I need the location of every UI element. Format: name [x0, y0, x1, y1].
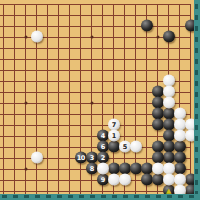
board-intersection[interactable] — [0, 10, 9, 21]
board-intersection[interactable] — [152, 10, 163, 21]
board-intersection[interactable] — [42, 65, 53, 76]
board-intersection[interactable] — [9, 131, 20, 142]
board-intersection[interactable] — [20, 109, 31, 120]
board-intersection[interactable] — [20, 65, 31, 76]
board-intersection[interactable] — [64, 0, 75, 10]
cropped-coordinate-mark — [195, 59, 198, 64]
cropped-coordinate-mark — [145, 195, 150, 198]
star-point — [90, 36, 93, 39]
move-number-label: 6 — [101, 143, 105, 150]
board-intersection[interactable] — [185, 0, 194, 10]
board-intersection[interactable] — [42, 142, 53, 153]
board-intersection[interactable] — [31, 76, 42, 87]
cropped-coordinate-mark — [189, 195, 194, 198]
stone-white[interactable] — [163, 97, 175, 109]
board-intersection[interactable] — [174, 32, 185, 43]
board-intersection[interactable] — [0, 43, 9, 54]
board-intersection[interactable] — [141, 54, 152, 65]
board-intersection[interactable] — [174, 10, 185, 21]
bottom-ui-strip — [0, 194, 200, 200]
board-intersection[interactable] — [53, 0, 64, 10]
board-intersection[interactable] — [20, 120, 31, 131]
board-intersection[interactable] — [31, 109, 42, 120]
board-intersection[interactable] — [152, 65, 163, 76]
board-intersection[interactable] — [9, 175, 20, 186]
board-intersection[interactable] — [42, 175, 53, 186]
stone-white[interactable] — [31, 31, 43, 43]
stone-white[interactable] — [119, 174, 131, 186]
board-intersection[interactable] — [53, 43, 64, 54]
board-intersection[interactable] — [64, 142, 75, 153]
move-number-label: 5 — [123, 143, 127, 150]
board-intersection[interactable] — [108, 43, 119, 54]
board-intersection[interactable] — [9, 76, 20, 87]
board-grid[interactable]: 46103289▲715 — [0, 0, 194, 194]
board-intersection[interactable] — [9, 186, 20, 195]
board-intersection[interactable] — [152, 0, 163, 10]
board-intersection[interactable] — [141, 65, 152, 76]
board-intersection[interactable] — [141, 87, 152, 98]
stone-white[interactable]: 1 — [108, 130, 120, 142]
board-intersection[interactable] — [20, 87, 31, 98]
board-intersection[interactable] — [97, 0, 108, 10]
board-intersection[interactable] — [20, 43, 31, 54]
board-intersection[interactable] — [75, 43, 86, 54]
board-intersection[interactable] — [0, 54, 9, 65]
board-intersection[interactable] — [108, 98, 119, 109]
board-intersection[interactable] — [53, 65, 64, 76]
board-intersection[interactable] — [119, 10, 130, 21]
board-intersection[interactable] — [86, 21, 97, 32]
cropped-coordinate-mark — [195, 4, 198, 9]
board-intersection[interactable] — [42, 120, 53, 131]
board-intersection[interactable] — [130, 54, 141, 65]
board-intersection[interactable] — [53, 98, 64, 109]
board-intersection[interactable] — [75, 10, 86, 21]
board-intersection[interactable] — [64, 98, 75, 109]
board-intersection[interactable] — [9, 54, 20, 65]
board-intersection[interactable] — [20, 186, 31, 195]
board-intersection[interactable] — [9, 21, 20, 32]
board-intersection[interactable] — [0, 76, 9, 87]
board-intersection[interactable] — [86, 109, 97, 120]
board-intersection[interactable] — [0, 153, 9, 164]
board-intersection[interactable] — [75, 0, 86, 10]
cropped-coordinate-mark — [13, 195, 18, 198]
cropped-coordinate-mark — [134, 195, 139, 198]
stone-white[interactable] — [31, 152, 43, 164]
board-intersection[interactable] — [141, 131, 152, 142]
board-intersection[interactable] — [0, 186, 9, 195]
board-intersection[interactable] — [9, 164, 20, 175]
board-intersection[interactable] — [42, 164, 53, 175]
board-intersection[interactable] — [119, 120, 130, 131]
board-intersection[interactable] — [53, 153, 64, 164]
stone-black[interactable] — [141, 20, 153, 32]
cropped-coordinate-mark — [178, 195, 183, 198]
board-intersection[interactable] — [86, 186, 97, 195]
board-intersection[interactable] — [9, 87, 20, 98]
board-intersection[interactable] — [75, 76, 86, 87]
stone-black[interactable] — [185, 20, 194, 32]
board-intersection[interactable] — [108, 21, 119, 32]
board-intersection[interactable] — [119, 65, 130, 76]
board-intersection[interactable] — [42, 10, 53, 21]
board-intersection[interactable] — [108, 76, 119, 87]
board-intersection[interactable] — [75, 175, 86, 186]
board-intersection[interactable] — [31, 131, 42, 142]
board-intersection[interactable] — [31, 43, 42, 54]
board-intersection[interactable] — [9, 153, 20, 164]
board-intersection[interactable] — [31, 87, 42, 98]
cropped-coordinate-mark — [112, 195, 117, 198]
board-intersection[interactable] — [119, 54, 130, 65]
board-intersection[interactable] — [64, 43, 75, 54]
cropped-coordinate-mark — [2, 195, 7, 198]
board-intersection[interactable] — [86, 10, 97, 21]
board-intersection[interactable] — [75, 21, 86, 32]
board-intersection[interactable] — [152, 43, 163, 54]
board-intersection[interactable] — [97, 87, 108, 98]
board-intersection[interactable] — [31, 175, 42, 186]
board-intersection[interactable] — [130, 186, 141, 195]
board-intersection[interactable] — [64, 76, 75, 87]
cropped-coordinate-mark — [195, 136, 198, 141]
board-intersection[interactable] — [141, 76, 152, 87]
board-intersection[interactable] — [42, 21, 53, 32]
board-intersection[interactable] — [31, 0, 42, 10]
board-intersection[interactable] — [185, 32, 194, 43]
board-intersection[interactable] — [53, 32, 64, 43]
board-intersection[interactable] — [141, 43, 152, 54]
board-intersection[interactable] — [20, 54, 31, 65]
board-intersection[interactable] — [130, 98, 141, 109]
cropped-coordinate-mark — [24, 195, 29, 198]
board-intersection[interactable] — [64, 131, 75, 142]
move-number-label: 3 — [90, 154, 94, 161]
board-intersection[interactable] — [141, 98, 152, 109]
board-intersection[interactable] — [141, 142, 152, 153]
board-intersection[interactable] — [119, 109, 130, 120]
stone-white[interactable] — [174, 185, 186, 194]
board-intersection[interactable] — [9, 98, 20, 109]
board-intersection[interactable] — [64, 164, 75, 175]
star-point — [24, 36, 27, 39]
board-intersection[interactable] — [97, 54, 108, 65]
board-intersection[interactable] — [130, 87, 141, 98]
cropped-coordinate-mark — [195, 26, 198, 31]
board-intersection[interactable] — [20, 21, 31, 32]
star-point — [156, 36, 159, 39]
move-number-label: 7 — [112, 121, 116, 127]
board-intersection[interactable] — [86, 131, 97, 142]
board-intersection[interactable] — [130, 120, 141, 131]
board-intersection[interactable] — [64, 175, 75, 186]
board-intersection[interactable] — [86, 54, 97, 65]
board-intersection[interactable] — [108, 10, 119, 21]
board-intersection[interactable] — [42, 131, 53, 142]
board-intersection[interactable] — [97, 76, 108, 87]
board-intersection[interactable] — [53, 54, 64, 65]
move-number-label: 8 — [90, 165, 94, 172]
board-intersection[interactable] — [75, 120, 86, 131]
stone-white[interactable] — [185, 130, 194, 142]
move-number-label: 9 — [101, 176, 105, 183]
board-intersection[interactable] — [75, 109, 86, 120]
board-intersection[interactable] — [53, 186, 64, 195]
board-intersection[interactable] — [174, 21, 185, 32]
cropped-coordinate-mark — [123, 195, 128, 198]
cropped-coordinate-mark — [79, 195, 84, 198]
board-intersection[interactable] — [185, 142, 194, 153]
board-intersection[interactable] — [86, 65, 97, 76]
board-intersection[interactable] — [64, 186, 75, 195]
board-intersection[interactable] — [53, 131, 64, 142]
board-intersection[interactable] — [163, 10, 174, 21]
board-intersection[interactable] — [53, 175, 64, 186]
board-intersection[interactable] — [42, 54, 53, 65]
board-intersection[interactable] — [119, 32, 130, 43]
board-intersection[interactable] — [86, 87, 97, 98]
board-intersection[interactable] — [174, 43, 185, 54]
board-intersection[interactable] — [141, 109, 152, 120]
board-intersection[interactable] — [64, 120, 75, 131]
board-intersection[interactable] — [141, 186, 152, 195]
board-intersection[interactable] — [185, 98, 194, 109]
board-intersection[interactable] — [185, 54, 194, 65]
board-intersection[interactable] — [53, 10, 64, 21]
board-intersection[interactable] — [20, 175, 31, 186]
board-intersection[interactable] — [75, 32, 86, 43]
board-intersection[interactable] — [9, 10, 20, 21]
board-intersection[interactable] — [97, 109, 108, 120]
board-intersection[interactable] — [64, 10, 75, 21]
board-intersection[interactable] — [119, 87, 130, 98]
cropped-coordinate-mark — [195, 180, 198, 185]
board-intersection[interactable] — [0, 87, 9, 98]
board-intersection[interactable] — [174, 54, 185, 65]
board-intersection[interactable] — [53, 21, 64, 32]
cropped-coordinate-mark — [195, 169, 198, 174]
board-intersection[interactable] — [130, 21, 141, 32]
board-intersection[interactable] — [9, 32, 20, 43]
board-intersection[interactable] — [75, 131, 86, 142]
board-intersection[interactable] — [86, 120, 97, 131]
board-intersection[interactable] — [20, 0, 31, 10]
cropped-coordinate-mark — [195, 70, 198, 75]
move-number-label: 2 — [101, 154, 105, 161]
cropped-coordinate-mark — [101, 195, 106, 198]
board-intersection[interactable] — [163, 0, 174, 10]
board-intersection[interactable] — [42, 43, 53, 54]
board-intersection[interactable] — [97, 43, 108, 54]
cropped-coordinate-mark — [46, 195, 51, 198]
board-intersection[interactable] — [42, 186, 53, 195]
board-intersection[interactable] — [130, 32, 141, 43]
cropped-coordinate-mark — [195, 125, 198, 130]
board-intersection[interactable] — [185, 153, 194, 164]
board-intersection[interactable] — [97, 10, 108, 21]
board-intersection[interactable] — [64, 109, 75, 120]
board-intersection[interactable] — [53, 120, 64, 131]
go-app-screenshot: 46103289▲715 — [0, 0, 200, 200]
board-intersection[interactable] — [42, 87, 53, 98]
board-intersection[interactable] — [108, 65, 119, 76]
board-intersection[interactable] — [119, 21, 130, 32]
board-intersection[interactable] — [42, 0, 53, 10]
board-intersection[interactable] — [20, 131, 31, 142]
board-intersection[interactable] — [0, 175, 9, 186]
board-intersection[interactable] — [152, 21, 163, 32]
board-intersection[interactable] — [0, 142, 9, 153]
go-board[interactable]: 46103289▲715 — [0, 0, 194, 194]
stone-black[interactable] — [185, 185, 194, 194]
cropped-coordinate-mark — [167, 195, 172, 198]
board-intersection[interactable] — [64, 32, 75, 43]
board-intersection[interactable] — [174, 65, 185, 76]
board-intersection[interactable] — [174, 87, 185, 98]
board-intersection[interactable] — [141, 32, 152, 43]
board-intersection[interactable] — [31, 186, 42, 195]
board-intersection[interactable] — [53, 109, 64, 120]
board-intersection[interactable] — [9, 109, 20, 120]
board-intersection[interactable] — [97, 32, 108, 43]
board-intersection[interactable] — [53, 76, 64, 87]
cropped-coordinate-mark — [195, 81, 198, 86]
board-intersection[interactable] — [31, 65, 42, 76]
board-intersection[interactable] — [86, 175, 97, 186]
board-intersection[interactable] — [75, 186, 86, 195]
board-intersection[interactable] — [108, 32, 119, 43]
cropped-coordinate-mark — [68, 195, 73, 198]
board-intersection[interactable] — [31, 98, 42, 109]
board-intersection[interactable] — [108, 87, 119, 98]
cropped-coordinate-mark — [90, 195, 95, 198]
board-intersection[interactable] — [152, 186, 163, 195]
board-intersection[interactable] — [75, 98, 86, 109]
board-intersection[interactable] — [163, 43, 174, 54]
board-intersection[interactable] — [108, 54, 119, 65]
board-intersection[interactable] — [31, 164, 42, 175]
board-intersection[interactable] — [9, 0, 20, 10]
board-intersection[interactable] — [185, 76, 194, 87]
board-intersection[interactable] — [42, 98, 53, 109]
board-intersection[interactable] — [174, 0, 185, 10]
board-intersection[interactable] — [0, 32, 9, 43]
move-number-label: 10 — [77, 154, 85, 161]
board-intersection[interactable] — [64, 153, 75, 164]
board-intersection[interactable] — [130, 175, 141, 186]
board-intersection[interactable] — [20, 76, 31, 87]
board-intersection[interactable] — [119, 76, 130, 87]
stone-white[interactable] — [97, 163, 109, 175]
board-intersection[interactable] — [75, 164, 86, 175]
board-intersection[interactable] — [97, 65, 108, 76]
stone-white[interactable] — [130, 141, 142, 153]
board-intersection[interactable] — [9, 43, 20, 54]
board-intersection[interactable] — [86, 0, 97, 10]
board-intersection[interactable] — [0, 21, 9, 32]
board-intersection[interactable] — [141, 120, 152, 131]
board-intersection[interactable] — [0, 0, 9, 10]
board-intersection[interactable] — [53, 87, 64, 98]
board-intersection[interactable] — [53, 142, 64, 153]
cropped-coordinate-mark — [156, 195, 161, 198]
board-intersection[interactable] — [185, 87, 194, 98]
board-intersection[interactable] — [20, 10, 31, 21]
board-intersection[interactable] — [119, 43, 130, 54]
board-intersection[interactable] — [86, 76, 97, 87]
board-intersection[interactable] — [0, 131, 9, 142]
board-intersection[interactable] — [130, 65, 141, 76]
board-intersection[interactable] — [31, 120, 42, 131]
board-intersection[interactable] — [108, 0, 119, 10]
board-intersection[interactable] — [86, 43, 97, 54]
board-intersection[interactable] — [97, 21, 108, 32]
board-intersection[interactable] — [108, 186, 119, 195]
board-intersection[interactable] — [64, 21, 75, 32]
board-intersection[interactable] — [185, 43, 194, 54]
board-intersection[interactable] — [130, 109, 141, 120]
board-intersection[interactable] — [119, 186, 130, 195]
board-intersection[interactable] — [75, 54, 86, 65]
board-intersection[interactable] — [20, 153, 31, 164]
board-intersection[interactable] — [75, 87, 86, 98]
board-intersection[interactable] — [174, 76, 185, 87]
board-intersection[interactable] — [64, 65, 75, 76]
star-point — [24, 102, 27, 105]
board-intersection[interactable] — [130, 0, 141, 10]
board-intersection[interactable] — [141, 0, 152, 10]
board-intersection[interactable] — [185, 65, 194, 76]
board-intersection[interactable] — [97, 186, 108, 195]
board-intersection[interactable] — [119, 0, 130, 10]
stone-black[interactable] — [163, 31, 175, 43]
board-intersection[interactable] — [64, 54, 75, 65]
board-intersection[interactable] — [0, 98, 9, 109]
board-intersection[interactable] — [0, 164, 9, 175]
board-intersection[interactable] — [75, 65, 86, 76]
board-intersection[interactable] — [42, 32, 53, 43]
board-intersection[interactable] — [42, 76, 53, 87]
board-intersection[interactable] — [9, 142, 20, 153]
board-intersection[interactable] — [42, 153, 53, 164]
board-intersection[interactable] — [31, 10, 42, 21]
move-number-label: 1 — [112, 132, 116, 139]
board-intersection[interactable] — [0, 120, 9, 131]
cropped-coordinate-mark — [195, 114, 198, 119]
board-intersection[interactable] — [130, 76, 141, 87]
board-intersection[interactable] — [130, 43, 141, 54]
board-intersection[interactable] — [9, 65, 20, 76]
star-point — [90, 102, 93, 105]
board-intersection[interactable] — [119, 98, 130, 109]
board-intersection[interactable] — [130, 10, 141, 21]
board-intersection[interactable] — [20, 142, 31, 153]
board-intersection[interactable] — [0, 65, 9, 76]
cropped-coordinate-mark — [35, 195, 40, 198]
board-intersection[interactable] — [31, 54, 42, 65]
board-intersection[interactable] — [97, 98, 108, 109]
board-intersection[interactable] — [163, 54, 174, 65]
board-intersection[interactable] — [42, 109, 53, 120]
board-intersection[interactable] — [53, 164, 64, 175]
board-intersection[interactable] — [9, 120, 20, 131]
board-intersection[interactable] — [64, 87, 75, 98]
cropped-coordinate-mark — [195, 37, 198, 42]
board-intersection[interactable] — [152, 54, 163, 65]
board-intersection[interactable] — [0, 109, 9, 120]
